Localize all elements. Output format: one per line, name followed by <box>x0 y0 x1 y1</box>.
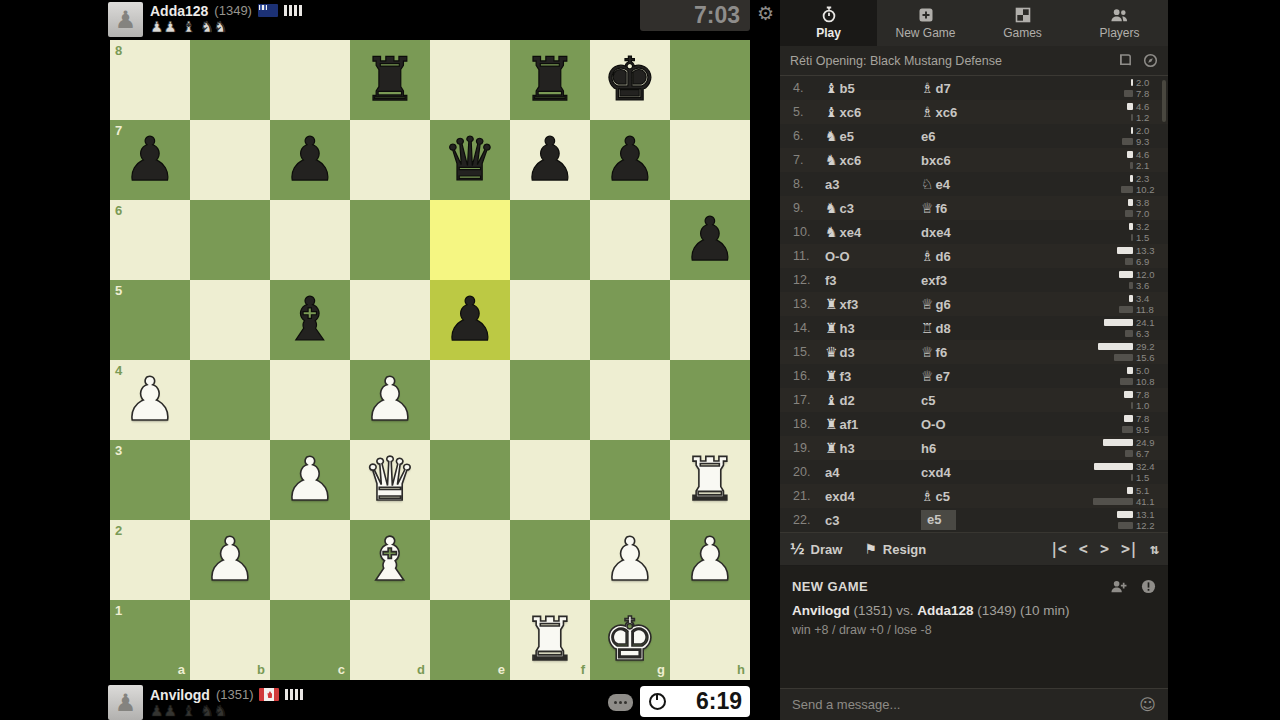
square-h4[interactable] <box>670 360 750 440</box>
move-8-white[interactable]: a3 <box>825 177 921 192</box>
move-9-black[interactable]: ♕f6 <box>921 201 1017 216</box>
black-piece-icon: ♕ <box>921 345 934 359</box>
square-c7[interactable]: ♟ <box>270 120 350 200</box>
square-c1[interactable]: c <box>270 600 350 680</box>
square-h5[interactable] <box>670 280 750 360</box>
piece-white-p: ♟ <box>190 520 270 600</box>
rank-label: 3 <box>115 444 122 457</box>
square-f8[interactable]: ♜ <box>510 40 590 120</box>
piece-white-q: ♛ <box>350 440 430 520</box>
square-b1[interactable]: b <box>190 600 270 680</box>
move-times: 3.87.0 <box>1125 198 1168 219</box>
captured-knight-icon: ♞ <box>214 703 227 720</box>
move-number: 4. <box>780 81 825 95</box>
move-times: 7.89.5 <box>1122 414 1168 435</box>
white-piece-icon: ♜ <box>825 417 838 431</box>
tab-players[interactable]: Players <box>1071 0 1168 46</box>
move-number: 19. <box>780 441 825 455</box>
white-piece-icon: ♜ <box>825 369 838 383</box>
tab-new-game[interactable]: New Game <box>877 0 974 46</box>
square-c5[interactable]: ♝ <box>270 280 350 360</box>
white-piece-icon: ♜ <box>825 441 838 455</box>
square-b6[interactable] <box>190 200 270 280</box>
black-piece-icon: ♕ <box>921 201 934 215</box>
new-game-panel: NEW GAME Anvilogd (1351) vs. Adda128 (13… <box>780 566 1168 688</box>
bottom-player-avatar[interactable]: ♟ <box>108 685 143 720</box>
move-number: 18. <box>780 417 825 431</box>
piece-black-p: ♟ <box>270 120 350 200</box>
plus-square-icon <box>918 6 934 23</box>
bottom-player-clock: 6:19 <box>640 686 750 717</box>
move-11-black[interactable]: ♗d6 <box>921 249 1017 264</box>
game-summary: Anvilogd (1351) vs. Adda128 (1349) (10 m… <box>792 603 1156 618</box>
top-player-clock: 7:03 <box>640 0 750 31</box>
piece-black-r: ♜ <box>510 40 590 120</box>
tab-play[interactable]: Play <box>780 0 877 46</box>
white-piece-icon: ♝ <box>825 81 838 95</box>
captured-pawn-icon: ♟ <box>163 19 176 36</box>
move-times: 24.16.3 <box>1104 318 1168 339</box>
resign-button[interactable]: ⚑ Resign <box>864 541 926 557</box>
captured-pawn-icon: ♟ <box>163 703 176 720</box>
opening-name: Réti Opening: Black Mustang Defense <box>790 54 1108 68</box>
piece-black-p: ♟ <box>670 200 750 280</box>
move-number: 5. <box>780 105 825 119</box>
square-d7[interactable] <box>350 120 430 200</box>
openings-book-icon[interactable] <box>1118 53 1133 68</box>
square-d5[interactable] <box>350 280 430 360</box>
captured-bishop-icon: ♝ <box>182 19 195 36</box>
black-piece-icon: ♗ <box>921 105 934 119</box>
move-row-22: 22.c3e513.112.2 <box>780 508 1168 532</box>
move-15-white[interactable]: ♛d3 <box>825 345 921 360</box>
move-times: 5.010.8 <box>1120 366 1168 387</box>
move-11-white[interactable]: O-O <box>825 249 921 264</box>
move-14-white[interactable]: ♜h3 <box>825 321 921 336</box>
australia-flag-icon <box>258 4 278 17</box>
square-g4[interactable] <box>590 360 670 440</box>
square-g1[interactable]: g♚ <box>590 600 670 680</box>
square-b8[interactable] <box>190 40 270 120</box>
square-b7[interactable] <box>190 120 270 200</box>
square-c4[interactable] <box>270 360 350 440</box>
move-row-14: 14.♜h3♖d824.16.3 <box>780 316 1168 340</box>
move-row-15: 15.♛d3♕f629.215.6 <box>780 340 1168 364</box>
move-12-black[interactable]: exf3 <box>921 273 1017 288</box>
square-h7[interactable] <box>670 120 750 200</box>
rank-label: 5 <box>115 284 122 297</box>
chat-bar: Send a message... ☺ <box>780 688 1168 720</box>
square-e2[interactable] <box>430 520 510 600</box>
piece-white-p: ♟ <box>110 360 190 440</box>
stopwatch-icon <box>821 6 837 23</box>
move-number: 21. <box>780 489 825 503</box>
move-22-white[interactable]: c3 <box>825 513 921 528</box>
smiley-icon[interactable]: ☺ <box>1139 695 1156 714</box>
report-alert-icon[interactable] <box>1141 579 1156 594</box>
chess-board: 8♜♜♚7♟♟♛♟♟6♟5♝♟4♟♟3♟♛♜2♟♝♟♟1abcdef♜g♚h <box>110 40 750 680</box>
move-row-21: 21.exd4♗c55.141.1 <box>780 484 1168 508</box>
move-number: 7. <box>780 153 825 167</box>
captured-knight-icon: ♞ <box>200 703 213 720</box>
move-row-18: 18.♜af1O-O7.89.5 <box>780 412 1168 436</box>
move-number: 6. <box>780 129 825 143</box>
move-17-white[interactable]: ♝d2 <box>825 393 921 408</box>
piece-white-p: ♟ <box>350 360 430 440</box>
bottom-captured-pieces: ♟♟♝♞♞ <box>150 703 227 720</box>
file-label: a <box>178 663 185 676</box>
white-piece-icon: ♜ <box>825 297 838 311</box>
square-a2[interactable]: 2 <box>110 520 190 600</box>
move-19-white[interactable]: ♜h3 <box>825 441 921 456</box>
black-piece-icon: ♕ <box>921 297 934 311</box>
top-player-avatar[interactable]: ♟ <box>108 2 143 37</box>
move-4-black[interactable]: ♗d7 <box>921 81 1017 96</box>
move-8-black[interactable]: ♘e4 <box>921 177 1017 192</box>
captured-bishop-icon: ♝ <box>182 703 195 720</box>
move-number: 22. <box>780 513 825 527</box>
square-b2[interactable]: ♟ <box>190 520 270 600</box>
square-h6[interactable]: ♟ <box>670 200 750 280</box>
square-f4[interactable] <box>510 360 590 440</box>
draw-button[interactable]: ½ Draw <box>790 541 842 557</box>
move-12-white[interactable]: f3 <box>825 273 921 288</box>
top-player-rating: (1349) <box>214 3 252 18</box>
move-times: 7.81.0 <box>1124 390 1168 411</box>
square-f3[interactable] <box>510 440 590 520</box>
piece-white-r: ♜ <box>510 600 590 680</box>
move-times: 3.411.8 <box>1119 294 1168 315</box>
white-piece-icon: ♜ <box>825 321 838 335</box>
square-a1[interactable]: 1a <box>110 600 190 680</box>
clock-icon <box>649 693 666 710</box>
rating-stakes: win +8 / draw +0 / lose -8 <box>792 623 1156 637</box>
square-d1[interactable]: d <box>350 600 430 680</box>
square-d3[interactable]: ♛ <box>350 440 430 520</box>
tab-bar: PlayNew GameGamesPlayers <box>780 0 1168 46</box>
go-back-button[interactable]: < <box>1079 540 1087 558</box>
top-captured-pieces: ♟♟♝♞♞ <box>150 19 227 36</box>
square-f2[interactable] <box>510 520 590 600</box>
file-label: e <box>498 663 505 676</box>
connection-bars-icon <box>285 689 303 700</box>
piece-white-k: ♚ <box>590 600 670 680</box>
move-row-10: 10.♞xe4dxe43.21.5 <box>780 220 1168 244</box>
move-number: 8. <box>780 177 825 191</box>
explorer-compass-icon[interactable] <box>1143 53 1158 68</box>
square-d6[interactable] <box>350 200 430 280</box>
piece-black-p: ♟ <box>590 120 670 200</box>
square-h3[interactable]: ♜ <box>670 440 750 520</box>
captured-pawn-icon: ♟ <box>150 19 163 36</box>
move-times: 5.141.1 <box>1093 486 1168 507</box>
square-c6[interactable] <box>270 200 350 280</box>
move-18-white[interactable]: ♜af1 <box>825 417 921 432</box>
square-e5[interactable]: ♟ <box>430 280 510 360</box>
square-d4[interactable]: ♟ <box>350 360 430 440</box>
square-g2[interactable]: ♟ <box>590 520 670 600</box>
move-19-black[interactable]: h6 <box>921 441 1017 456</box>
move-21-white[interactable]: exd4 <box>825 489 921 504</box>
chat-bubble-icon[interactable] <box>608 694 633 711</box>
go-start-button[interactable]: |< <box>1050 540 1066 558</box>
move-6-white[interactable]: ♞e5 <box>825 129 921 144</box>
move-row-9: 9.♞c3♕f63.87.0 <box>780 196 1168 220</box>
move-5-white[interactable]: ♝xc6 <box>825 105 921 120</box>
move-10-white[interactable]: ♞xe4 <box>825 225 921 240</box>
bottom-player-name[interactable]: Anvilogd <box>150 687 210 703</box>
square-g3[interactable] <box>590 440 670 520</box>
square-a3[interactable]: 3 <box>110 440 190 520</box>
flip-board-button[interactable]: ⇅ <box>1150 540 1158 558</box>
square-e6[interactable] <box>430 200 510 280</box>
file-label: c <box>338 663 345 676</box>
move-14-black[interactable]: ♖d8 <box>921 321 1017 336</box>
board-grid-icon <box>1015 6 1031 23</box>
black-piece-icon: ♗ <box>921 489 934 503</box>
move-row-16: 16.♜f3♕e75.010.8 <box>780 364 1168 388</box>
piece-white-p: ♟ <box>670 520 750 600</box>
square-f6[interactable] <box>510 200 590 280</box>
move-times: 29.215.6 <box>1098 342 1168 363</box>
square-a8[interactable]: 8 <box>110 40 190 120</box>
move-10-black[interactable]: dxe4 <box>921 225 1017 240</box>
avatar-pawn-icon: ♟ <box>115 8 137 32</box>
square-f7[interactable]: ♟ <box>510 120 590 200</box>
square-e4[interactable] <box>430 360 510 440</box>
square-c2[interactable] <box>270 520 350 600</box>
square-a5[interactable]: 5 <box>110 280 190 360</box>
move-5-black[interactable]: ♗xc6 <box>921 105 1017 120</box>
move-number: 17. <box>780 393 825 407</box>
connection-bars-icon <box>284 5 302 16</box>
square-b5[interactable] <box>190 280 270 360</box>
move-times: 3.21.5 <box>1129 222 1168 243</box>
piece-black-r: ♜ <box>350 40 430 120</box>
square-e3[interactable] <box>430 440 510 520</box>
move-times: 2.310.2 <box>1121 174 1168 195</box>
half-point-icon: ½ <box>790 541 805 557</box>
rank-label: 2 <box>115 524 122 537</box>
square-e7[interactable]: ♛ <box>430 120 510 200</box>
square-d2[interactable]: ♝ <box>350 520 430 600</box>
square-a6[interactable]: 6 <box>110 200 190 280</box>
white-piece-icon: ♞ <box>825 201 838 215</box>
move-number: 15. <box>780 345 825 359</box>
players-icon <box>1110 6 1129 23</box>
black-piece-icon: ♗ <box>921 81 934 95</box>
piece-black-p: ♟ <box>110 120 190 200</box>
piece-black-k: ♚ <box>590 40 670 120</box>
black-piece-icon: ♖ <box>921 321 934 335</box>
piece-white-p: ♟ <box>270 440 350 520</box>
white-piece-icon: ♝ <box>825 393 838 407</box>
rank-label: 1 <box>115 604 122 617</box>
resign-flag-icon: ⚑ <box>864 541 877 557</box>
move-row-13: 13.♜xf3♕g63.411.8 <box>780 292 1168 316</box>
move-number: 12. <box>780 273 825 287</box>
go-end-button[interactable]: >| <box>1121 540 1137 558</box>
white-piece-icon: ♞ <box>825 153 838 167</box>
settings-gear-icon[interactable]: ⚙ <box>757 2 774 24</box>
square-e8[interactable] <box>430 40 510 120</box>
move-9-white[interactable]: ♞c3 <box>825 201 921 216</box>
move-times: 24.96.7 <box>1103 438 1168 459</box>
piece-white-r: ♜ <box>670 440 750 520</box>
piece-white-p: ♟ <box>590 520 670 600</box>
move-row-4: 4.♝b5♗d72.07.8 <box>780 76 1168 100</box>
game-controls: ½ Draw ⚑ Resign |< < > >| ⇅ <box>780 532 1168 566</box>
app-window: ♟ Adda128 (1349) ♟♟♝♞♞ 7:03 ⚙ 8♜♜♚7♟♟♛♟♟… <box>0 0 1280 720</box>
move-times: 13.36.9 <box>1117 246 1168 267</box>
piece-black-p: ♟ <box>510 120 590 200</box>
square-b4[interactable] <box>190 360 270 440</box>
square-a7[interactable]: 7♟ <box>110 120 190 200</box>
square-h1[interactable]: h <box>670 600 750 680</box>
piece-black-b: ♝ <box>270 280 350 360</box>
piece-black-p: ♟ <box>430 280 510 360</box>
captured-pawn-icon: ♟ <box>150 703 163 720</box>
rank-label: 8 <box>115 44 122 57</box>
move-number: 11. <box>780 249 825 263</box>
move-21-black[interactable]: ♗c5 <box>921 489 1017 504</box>
move-number: 10. <box>780 225 825 239</box>
square-g7[interactable]: ♟ <box>590 120 670 200</box>
move-18-black[interactable]: O-O <box>921 417 1017 432</box>
move-row-11: 11.O-O♗d613.36.9 <box>780 244 1168 268</box>
move-number: 14. <box>780 321 825 335</box>
move-row-12: 12.f3exf312.03.6 <box>780 268 1168 292</box>
square-f1[interactable]: f♜ <box>510 600 590 680</box>
black-piece-icon: ♕ <box>921 369 934 383</box>
move-4-white[interactable]: ♝b5 <box>825 81 921 96</box>
square-e1[interactable]: e <box>430 600 510 680</box>
move-number: 20. <box>780 465 825 479</box>
move-22-black[interactable]: e5 <box>921 510 1017 530</box>
square-c3[interactable]: ♟ <box>270 440 350 520</box>
move-number: 13. <box>780 297 825 311</box>
move-times: 12.03.6 <box>1119 270 1168 291</box>
move-6-black[interactable]: e6 <box>921 129 1017 144</box>
move-row-5: 5.♝xc6♗xc64.61.2 <box>780 100 1168 124</box>
scrollbar-thumb[interactable] <box>1162 80 1166 122</box>
square-g8[interactable]: ♚ <box>590 40 670 120</box>
new-game-header: NEW GAME <box>792 579 868 594</box>
move-times: 13.112.2 <box>1117 510 1168 531</box>
bottom-player-rating: (1351) <box>216 687 254 702</box>
top-player-bar: ♟ Adda128 (1349) ♟♟♝♞♞ 7:03 ⚙ <box>108 0 780 40</box>
bottom-clock-time: 6:19 <box>696 688 742 714</box>
move-17-black[interactable]: c5 <box>921 393 1017 408</box>
move-row-7: 7.♞xc6bxc64.62.1 <box>780 148 1168 172</box>
canada-flag-icon <box>259 688 279 701</box>
move-number: 9. <box>780 201 825 215</box>
black-piece-icon: ♘ <box>921 177 934 191</box>
bottom-player-bar: ♟ Anvilogd (1351) ♟♟♝♞♞ 6:19 <box>108 684 780 720</box>
move-row-8: 8.a3♘e42.310.2 <box>780 172 1168 196</box>
square-a4[interactable]: 4♟ <box>110 360 190 440</box>
square-b3[interactable] <box>190 440 270 520</box>
piece-black-q: ♛ <box>430 120 510 200</box>
move-navigation: |< < > >| ⇅ <box>1050 540 1158 558</box>
go-forward-button[interactable]: > <box>1100 540 1108 558</box>
move-20-white[interactable]: a4 <box>825 465 921 480</box>
square-d8[interactable]: ♜ <box>350 40 430 120</box>
file-label: d <box>417 663 425 676</box>
side-panel: PlayNew GameGamesPlayers Réti Opening: B… <box>780 0 1168 720</box>
square-f5[interactable] <box>510 280 590 360</box>
move-row-6: 6.♞e5e62.09.3 <box>780 124 1168 148</box>
black-piece-icon: ♗ <box>921 249 934 263</box>
move-row-19: 19.♜h3h624.96.7 <box>780 436 1168 460</box>
piece-white-b: ♝ <box>350 520 430 600</box>
white-piece-icon: ♞ <box>825 225 838 239</box>
file-label: h <box>737 663 745 676</box>
top-player-name[interactable]: Adda128 <box>150 3 208 19</box>
square-h8[interactable] <box>670 40 750 120</box>
captured-knight-icon: ♞ <box>200 19 213 36</box>
move-7-white[interactable]: ♞xc6 <box>825 153 921 168</box>
board-area: ♟ Adda128 (1349) ♟♟♝♞♞ 7:03 ⚙ 8♜♜♚7♟♟♛♟♟… <box>108 0 780 720</box>
square-g6[interactable] <box>590 200 670 280</box>
chat-input[interactable]: Send a message... <box>792 697 1139 712</box>
move-list: 4.♝b5♗d72.07.85.♝xc6♗xc64.61.26.♞e5e62.0… <box>780 76 1168 532</box>
rank-label: 6 <box>115 204 122 217</box>
move-7-black[interactable]: bxc6 <box>921 153 1017 168</box>
move-15-black[interactable]: ♕f6 <box>921 345 1017 360</box>
square-h2[interactable]: ♟ <box>670 520 750 600</box>
move-number: 16. <box>780 369 825 383</box>
captured-knight-icon: ♞ <box>214 19 227 36</box>
move-row-17: 17.♝d2c57.81.0 <box>780 388 1168 412</box>
move-times: 2.09.3 <box>1122 126 1168 147</box>
move-times: 4.62.1 <box>1127 150 1168 171</box>
square-g5[interactable] <box>590 280 670 360</box>
move-20-black[interactable]: cxd4 <box>921 465 1017 480</box>
move-13-black[interactable]: ♕g6 <box>921 297 1017 312</box>
move-times: 32.41.5 <box>1094 462 1168 483</box>
avatar-pawn-icon: ♟ <box>115 691 137 715</box>
white-piece-icon: ♝ <box>825 105 838 119</box>
opening-row: Réti Opening: Black Mustang Defense <box>780 46 1168 76</box>
white-piece-icon: ♛ <box>825 345 838 359</box>
square-c8[interactable] <box>270 40 350 120</box>
add-friend-icon[interactable] <box>1110 579 1127 594</box>
file-label: b <box>257 663 265 676</box>
move-16-white[interactable]: ♜f3 <box>825 369 921 384</box>
move-16-black[interactable]: ♕e7 <box>921 369 1017 384</box>
move-row-20: 20.a4cxd432.41.5 <box>780 460 1168 484</box>
white-piece-icon: ♞ <box>825 129 838 143</box>
tab-games[interactable]: Games <box>974 0 1071 46</box>
move-13-white[interactable]: ♜xf3 <box>825 297 921 312</box>
